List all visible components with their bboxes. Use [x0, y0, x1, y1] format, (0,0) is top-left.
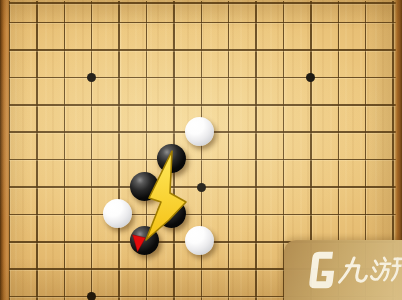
- grid-line-h-2: [8, 22, 396, 24]
- grid-line-v-10: [255, 1, 257, 300]
- grid-line-v-1: [9, 1, 11, 300]
- jiuyou-logo-icon: [308, 250, 339, 290]
- grid-line-v-5: [118, 1, 120, 300]
- stone-white-h6[interactable]: [185, 117, 214, 146]
- grid-line-v-3: [64, 1, 66, 300]
- grid-line-h-3: [8, 49, 396, 51]
- grid-line-h-9: [8, 214, 396, 216]
- grid-line-h-1: [8, 2, 396, 4]
- stone-black-f10[interactable]: [130, 226, 159, 255]
- grid-line-v-6: [146, 1, 148, 300]
- star-point-4-12: [87, 292, 96, 300]
- gomoku-board-screenshot: [0, 0, 402, 300]
- stone-white-e9[interactable]: [103, 199, 132, 228]
- grid-line-h-4: [8, 77, 396, 79]
- grid-line-h-7: [8, 159, 396, 161]
- watermark-panel: [284, 240, 402, 300]
- grid-line-v-8: [201, 1, 203, 300]
- stone-black-g7[interactable]: [157, 144, 186, 173]
- stone-white-h10[interactable]: [185, 226, 214, 255]
- grid-line-h-5: [8, 104, 396, 106]
- grid-line-v-2: [36, 1, 38, 300]
- board-left-edge: [0, 0, 9, 300]
- stone-black-f8[interactable]: [130, 172, 159, 201]
- jiuyou-wordmark: [337, 255, 402, 286]
- star-point-4-4: [87, 73, 96, 82]
- grid-line-v-4: [91, 1, 93, 300]
- grid-line-v-9: [228, 1, 230, 300]
- stone-black-g9[interactable]: [157, 199, 186, 228]
- star-point-8-8: [197, 183, 206, 192]
- star-point-12-4: [306, 73, 315, 82]
